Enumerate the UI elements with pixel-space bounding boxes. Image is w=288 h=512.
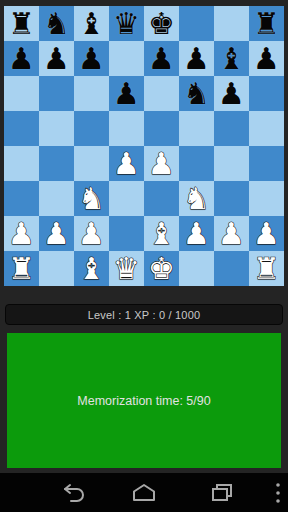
white-bishop-piece[interactable]: ♝	[78, 251, 105, 286]
square-e6[interactable]	[144, 76, 179, 111]
square-f5[interactable]	[179, 111, 214, 146]
level-xp-bar: Level : 1 XP : 0 / 1000	[5, 304, 283, 325]
white-knight-piece[interactable]: ♞	[78, 181, 105, 216]
square-c1[interactable]: ♝	[74, 251, 109, 286]
square-e5[interactable]	[144, 111, 179, 146]
white-pawn-piece[interactable]: ♟	[148, 146, 175, 181]
white-pawn-piece[interactable]: ♟	[78, 216, 105, 251]
black-bishop-piece[interactable]: ♝	[78, 6, 105, 41]
square-b1[interactable]	[39, 251, 74, 286]
black-pawn-piece[interactable]: ♟	[113, 76, 140, 111]
square-c7[interactable]: ♟	[74, 41, 109, 76]
square-a4[interactable]	[4, 146, 39, 181]
black-queen-piece[interactable]: ♛	[113, 6, 140, 41]
square-g4[interactable]	[214, 146, 249, 181]
square-d2[interactable]	[109, 216, 144, 251]
overflow-menu-icon[interactable]	[274, 482, 282, 504]
square-e4[interactable]: ♟	[144, 146, 179, 181]
square-f3[interactable]: ♞	[179, 181, 214, 216]
black-rook-piece[interactable]: ♜	[253, 6, 280, 41]
square-c3[interactable]: ♞	[74, 181, 109, 216]
white-king-piece[interactable]: ♚	[148, 251, 175, 286]
square-b7[interactable]: ♟	[39, 41, 74, 76]
square-h3[interactable]	[249, 181, 284, 216]
square-c5[interactable]	[74, 111, 109, 146]
back-icon[interactable]	[62, 481, 86, 505]
white-pawn-piece[interactable]: ♟	[113, 146, 140, 181]
square-g7[interactable]: ♝	[214, 41, 249, 76]
black-pawn-piece[interactable]: ♟	[253, 41, 280, 76]
square-a3[interactable]	[4, 181, 39, 216]
black-pawn-piece[interactable]: ♟	[183, 41, 210, 76]
black-pawn-piece[interactable]: ♟	[78, 41, 105, 76]
square-g1[interactable]	[214, 251, 249, 286]
black-rook-piece[interactable]: ♜	[8, 6, 35, 41]
white-bishop-piece[interactable]: ♝	[148, 216, 175, 251]
square-h5[interactable]	[249, 111, 284, 146]
square-h4[interactable]	[249, 146, 284, 181]
square-a1[interactable]: ♜	[4, 251, 39, 286]
square-c6[interactable]	[74, 76, 109, 111]
square-f7[interactable]: ♟	[179, 41, 214, 76]
white-rook-piece[interactable]: ♜	[253, 251, 280, 286]
square-b5[interactable]	[39, 111, 74, 146]
square-c4[interactable]	[74, 146, 109, 181]
white-queen-piece[interactable]: ♛	[113, 251, 140, 286]
square-d6[interactable]: ♟	[109, 76, 144, 111]
square-d1[interactable]: ♛	[109, 251, 144, 286]
square-g2[interactable]: ♟	[214, 216, 249, 251]
square-f2[interactable]: ♟	[179, 216, 214, 251]
black-pawn-piece[interactable]: ♟	[148, 41, 175, 76]
android-nav-bar	[0, 473, 288, 512]
black-bishop-piece[interactable]: ♝	[218, 41, 245, 76]
square-a5[interactable]	[4, 111, 39, 146]
square-d5[interactable]	[109, 111, 144, 146]
square-d8[interactable]: ♛	[109, 6, 144, 41]
white-pawn-piece[interactable]: ♟	[8, 216, 35, 251]
white-pawn-piece[interactable]: ♟	[253, 216, 280, 251]
square-a2[interactable]: ♟	[4, 216, 39, 251]
square-d7[interactable]	[109, 41, 144, 76]
square-g3[interactable]	[214, 181, 249, 216]
square-b8[interactable]: ♞	[39, 6, 74, 41]
square-d3[interactable]	[109, 181, 144, 216]
square-g8[interactable]	[214, 6, 249, 41]
black-king-piece[interactable]: ♚	[148, 6, 175, 41]
square-c2[interactable]: ♟	[74, 216, 109, 251]
square-h1[interactable]: ♜	[249, 251, 284, 286]
square-h2[interactable]: ♟	[249, 216, 284, 251]
white-pawn-piece[interactable]: ♟	[218, 216, 245, 251]
square-e2[interactable]: ♝	[144, 216, 179, 251]
memorization-panel[interactable]: Memorization time: 5/90	[7, 333, 281, 468]
board-grid[interactable]: ♜♞♝♛♚♜♟♟♟♟♟♝♟♟♞♟♟♟♞♞♟♟♟♝♟♟♟♜♝♛♚♜	[4, 6, 284, 286]
square-b3[interactable]	[39, 181, 74, 216]
square-h6[interactable]	[249, 76, 284, 111]
square-h8[interactable]: ♜	[249, 6, 284, 41]
memorization-time-label: Memorization time: 5/90	[77, 394, 210, 408]
square-a6[interactable]	[4, 76, 39, 111]
square-f8[interactable]	[179, 6, 214, 41]
square-e7[interactable]: ♟	[144, 41, 179, 76]
black-knight-piece[interactable]: ♞	[43, 6, 70, 41]
home-icon[interactable]	[132, 481, 156, 505]
white-pawn-piece[interactable]: ♟	[183, 216, 210, 251]
square-f4[interactable]	[179, 146, 214, 181]
square-e1[interactable]: ♚	[144, 251, 179, 286]
square-g6[interactable]: ♟	[214, 76, 249, 111]
white-pawn-piece[interactable]: ♟	[43, 216, 70, 251]
square-g5[interactable]	[214, 111, 249, 146]
white-knight-piece[interactable]: ♞	[183, 181, 210, 216]
square-d4[interactable]: ♟	[109, 146, 144, 181]
black-knight-piece[interactable]: ♞	[183, 76, 210, 111]
square-a7[interactable]: ♟	[4, 41, 39, 76]
recents-icon[interactable]	[210, 481, 234, 505]
square-f1[interactable]	[179, 251, 214, 286]
square-c8[interactable]: ♝	[74, 6, 109, 41]
square-f6[interactable]: ♞	[179, 76, 214, 111]
black-pawn-piece[interactable]: ♟	[8, 41, 35, 76]
square-a8[interactable]: ♜	[4, 6, 39, 41]
black-pawn-piece[interactable]: ♟	[218, 76, 245, 111]
square-b2[interactable]: ♟	[39, 216, 74, 251]
square-h7[interactable]: ♟	[249, 41, 284, 76]
white-rook-piece[interactable]: ♜	[8, 251, 35, 286]
square-e3[interactable]	[144, 181, 179, 216]
black-pawn-piece[interactable]: ♟	[43, 41, 70, 76]
level-xp-label: Level : 1 XP : 0 / 1000	[88, 309, 201, 321]
chess-board[interactable]: ♜♞♝♛♚♜♟♟♟♟♟♝♟♟♞♟♟♟♞♞♟♟♟♝♟♟♟♜♝♛♚♜	[4, 6, 284, 286]
square-e8[interactable]: ♚	[144, 6, 179, 41]
square-b4[interactable]	[39, 146, 74, 181]
square-b6[interactable]	[39, 76, 74, 111]
